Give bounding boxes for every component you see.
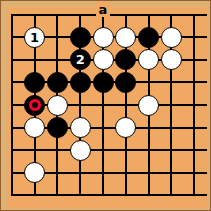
- stone-black: [47, 117, 68, 138]
- stone-white: [47, 95, 68, 116]
- stone-black: [115, 49, 136, 70]
- move-number-1: 1: [30, 31, 39, 44]
- stone-white: [161, 49, 182, 70]
- grid-line-vertical: [11, 14, 13, 197]
- stone-white: [24, 117, 45, 138]
- stone-black: [24, 72, 45, 93]
- stone-white: [161, 27, 182, 48]
- move-number-2: 2: [76, 53, 85, 66]
- board-frame-bottom: [1, 208, 210, 211]
- go-board-diagram: 12a: [0, 0, 211, 211]
- stone-white: [138, 95, 159, 116]
- stone-black: 2: [70, 49, 91, 70]
- point-label-a: a: [96, 2, 110, 17]
- circle-marker-icon: [29, 99, 41, 111]
- stone-white: [138, 49, 159, 70]
- stone-black: [47, 72, 68, 93]
- stone-white: [93, 27, 114, 48]
- stone-white: [115, 117, 136, 138]
- board-frame-left: [1, 1, 7, 210]
- stone-black: [24, 95, 45, 116]
- stone-black: [93, 72, 114, 93]
- board-frame-right: [208, 1, 211, 210]
- stone-black: [138, 27, 159, 48]
- stone-white: [24, 162, 45, 183]
- grid-line-horizontal: [11, 149, 208, 151]
- stone-white: [93, 49, 114, 70]
- stone-black: [70, 27, 91, 48]
- stone-white: [70, 140, 91, 161]
- grid-line-vertical: [193, 14, 195, 197]
- stone-white: [115, 27, 136, 48]
- grid-line-horizontal: [11, 194, 208, 196]
- stone-white: 1: [24, 27, 45, 48]
- stone-black: [115, 72, 136, 93]
- stone-black: [70, 72, 91, 93]
- stone-white: [70, 117, 91, 138]
